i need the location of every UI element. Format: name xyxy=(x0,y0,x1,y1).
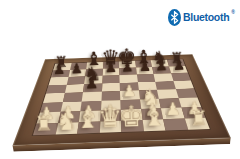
square-e1: ♚ xyxy=(121,120,144,132)
square-d1: ♛ xyxy=(99,120,121,132)
piece-black-bishop-f8: ♝ xyxy=(135,48,152,67)
square-f2: ♟ xyxy=(141,108,163,119)
square-e2 xyxy=(121,109,142,120)
square-b3 xyxy=(60,101,82,112)
bluetooth-logo: Bluetooth ® xyxy=(168,8,235,26)
bluetooth-label: Bluetooth xyxy=(183,12,229,23)
square-h4 xyxy=(175,88,197,98)
square-a3 xyxy=(40,102,62,113)
square-h5 xyxy=(173,80,194,89)
square-d2: ♟ xyxy=(100,110,121,121)
bluetooth-icon xyxy=(168,9,181,26)
square-h1: ♜ xyxy=(184,117,210,129)
piece-black-knight-g8: ♞ xyxy=(152,48,169,66)
square-c5: ♟ xyxy=(83,83,102,92)
square-h2: ♟ xyxy=(181,107,205,118)
chessboard: ♜♝♛♚♝♞♜♟♟♟♟♟♟♟♞♟♟♞♟♟♟♟♟♟♟♜♞♝♛♚♝♜ xyxy=(13,54,231,145)
square-b1: ♞ xyxy=(55,122,79,135)
piece-black-queen-d8: ♛ xyxy=(101,47,120,68)
product-photo: Bluetooth ® ♜♝♛♚♝♞♜♟♟♟♟♟♟♟♞♟♟♞♟♟♟♟♟♟♟♜♞♝… xyxy=(0,0,240,159)
square-f4 xyxy=(138,90,158,100)
piece-black-rook-h8: ♜ xyxy=(169,50,183,66)
piece-black-king-e8: ♚ xyxy=(117,46,137,68)
square-g2: ♟ xyxy=(161,108,184,119)
piece-black-rook-a8: ♜ xyxy=(54,54,68,70)
square-c2: ♟ xyxy=(79,110,101,121)
square-h7: ♟ xyxy=(169,66,188,74)
square-c1: ♝ xyxy=(77,121,100,134)
square-e4: ♟ xyxy=(120,90,140,100)
square-g6 xyxy=(154,73,173,81)
square-d6 xyxy=(102,75,120,83)
square-d4 xyxy=(101,91,120,101)
square-b2: ♟ xyxy=(58,111,81,122)
square-f1: ♝ xyxy=(142,119,166,131)
square-f5 xyxy=(137,81,157,90)
bluetooth-trademark: ® xyxy=(231,10,235,15)
chessboard-scene: ♜♝♛♚♝♞♜♟♟♟♟♟♟♟♞♟♟♞♟♟♟♟♟♟♟♜♞♝♛♚♝♜ xyxy=(4,26,236,159)
perspective-scene: ♜♝♛♚♝♞♜♟♟♟♟♟♟♟♞♟♟♞♟♟♟♟♟♟♟♜♞♝♛♚♝♜ xyxy=(4,26,236,159)
piece-black-bishop-c8: ♝ xyxy=(85,50,102,69)
square-h6 xyxy=(171,73,191,81)
board-squares: ♜♝♛♚♝♞♜♟♟♟♟♟♟♟♞♟♟♞♟♟♟♟♟♟♟♜♞♝♛♚♝♜ xyxy=(32,59,212,136)
square-c4 xyxy=(82,92,102,102)
square-a1: ♜ xyxy=(33,123,58,136)
square-e6 xyxy=(119,75,137,83)
